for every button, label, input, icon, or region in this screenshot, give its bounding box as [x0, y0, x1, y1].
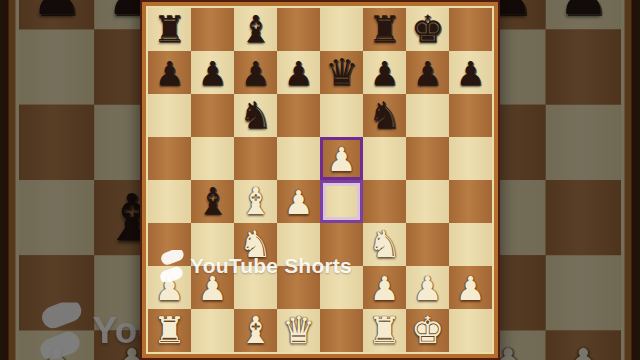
black-pawn[interactable]: ♟ [277, 51, 320, 94]
square-g1[interactable]: ♚ [406, 309, 449, 352]
square-h5[interactable] [449, 137, 492, 180]
square-a8[interactable]: ♜ [148, 8, 191, 51]
square-e6[interactable] [320, 94, 363, 137]
square-c1[interactable]: ♝ [234, 309, 277, 352]
square-a6[interactable] [148, 94, 191, 137]
black-knight[interactable]: ♞ [234, 94, 277, 137]
square-d1[interactable]: ♛ [277, 309, 320, 352]
square-h7[interactable]: ♟ [449, 51, 492, 94]
square-c2[interactable] [234, 266, 277, 309]
square-e7[interactable]: ♛ [320, 51, 363, 94]
square-a4[interactable] [148, 180, 191, 223]
white-pawn[interactable]: ♟ [406, 266, 449, 309]
square-g3[interactable] [406, 223, 449, 266]
square-a5 [19, 105, 94, 180]
square-d6[interactable] [277, 94, 320, 137]
white-knight[interactable]: ♞ [234, 223, 277, 266]
square-g5[interactable] [406, 137, 449, 180]
board-squares: ♜♝♜♚♟♟♟♟♛♟♟♟♞♞♟♝♝♟♞♞♟♟♟♟♟♜♝♛♜♚ [146, 6, 494, 354]
square-a7[interactable]: ♟ [148, 51, 191, 94]
square-c7[interactable]: ♟ [234, 51, 277, 94]
black-king[interactable]: ♚ [406, 8, 449, 51]
square-d3[interactable] [277, 223, 320, 266]
black-pawn: ♟ [546, 0, 621, 30]
square-g8[interactable]: ♚ [406, 8, 449, 51]
square-e3[interactable] [320, 223, 363, 266]
square-h2[interactable]: ♟ [449, 266, 492, 309]
square-a5[interactable] [148, 137, 191, 180]
board-frame: ♜♝♜♚♟♟♟♟♛♟♟♟♞♞♟♝♝♟♞♞♟♟♟♟♟♜♝♛♜♚ [140, 0, 500, 360]
square-g6[interactable] [406, 94, 449, 137]
black-pawn[interactable]: ♟ [191, 51, 234, 94]
white-pawn[interactable]: ♟ [191, 266, 234, 309]
square-f4[interactable] [363, 180, 406, 223]
white-knight[interactable]: ♞ [363, 223, 406, 266]
square-f2[interactable]: ♟ [363, 266, 406, 309]
square-f1[interactable]: ♜ [363, 309, 406, 352]
square-c3[interactable]: ♞ [234, 223, 277, 266]
black-pawn: ♟ [19, 0, 94, 30]
square-a2: ♟ [19, 331, 94, 360]
black-bishop[interactable]: ♝ [191, 180, 234, 223]
black-pawn[interactable]: ♟ [148, 51, 191, 94]
square-h8[interactable] [449, 8, 492, 51]
white-bishop[interactable]: ♝ [234, 180, 277, 223]
square-g4[interactable] [406, 180, 449, 223]
square-c8[interactable]: ♝ [234, 8, 277, 51]
square-a1[interactable]: ♜ [148, 309, 191, 352]
square-e8[interactable] [320, 8, 363, 51]
square-h6[interactable] [449, 94, 492, 137]
square-g2[interactable]: ♟ [406, 266, 449, 309]
square-h4 [546, 180, 621, 255]
square-b3[interactable] [191, 223, 234, 266]
square-a4 [19, 180, 94, 255]
white-pawn[interactable]: ♟ [449, 266, 492, 309]
video-frame: ♜♝♜♚♟♟♟♟♛♟♟♟♞♞♟♝♝♟♞♞♟♟♟♟♟♜♝♛♜♚YouTube Sh… [0, 0, 640, 360]
black-queen[interactable]: ♛ [320, 51, 363, 94]
square-d4[interactable]: ♟ [277, 180, 320, 223]
square-d7[interactable]: ♟ [277, 51, 320, 94]
white-rook[interactable]: ♜ [363, 309, 406, 352]
black-pawn[interactable]: ♟ [406, 51, 449, 94]
square-h2: ♟ [546, 331, 621, 360]
square-b5[interactable] [191, 137, 234, 180]
white-bishop[interactable]: ♝ [234, 309, 277, 352]
square-a6 [19, 30, 94, 105]
white-pawn[interactable]: ♟ [277, 180, 320, 223]
white-queen[interactable]: ♛ [277, 309, 320, 352]
square-h4[interactable] [449, 180, 492, 223]
square-a7: ♟ [19, 0, 94, 30]
white-rook[interactable]: ♜ [148, 309, 191, 352]
white-pawn[interactable]: ♟ [148, 266, 191, 309]
black-bishop[interactable]: ♝ [234, 8, 277, 51]
square-e5[interactable]: ♟ [320, 137, 363, 180]
black-rook[interactable]: ♜ [363, 8, 406, 51]
black-pawn[interactable]: ♟ [449, 51, 492, 94]
white-king[interactable]: ♚ [406, 309, 449, 352]
white-pawn[interactable]: ♟ [320, 137, 363, 180]
square-e2[interactable] [320, 266, 363, 309]
square-b7[interactable]: ♟ [191, 51, 234, 94]
white-pawn: ♟ [546, 331, 621, 360]
square-h1[interactable] [449, 309, 492, 352]
square-c6[interactable]: ♞ [234, 94, 277, 137]
white-pawn: ♟ [19, 331, 94, 360]
square-a2[interactable]: ♟ [148, 266, 191, 309]
square-a3[interactable] [148, 223, 191, 266]
square-h6 [546, 30, 621, 105]
square-f8[interactable]: ♜ [363, 8, 406, 51]
square-f5[interactable] [363, 137, 406, 180]
square-a3 [19, 255, 94, 330]
square-f3[interactable]: ♞ [363, 223, 406, 266]
black-pawn[interactable]: ♟ [363, 51, 406, 94]
square-d8[interactable] [277, 8, 320, 51]
square-f7[interactable]: ♟ [363, 51, 406, 94]
square-e1[interactable] [320, 309, 363, 352]
white-pawn[interactable]: ♟ [363, 266, 406, 309]
square-e4[interactable] [320, 180, 363, 223]
square-h3 [546, 255, 621, 330]
square-d2[interactable] [277, 266, 320, 309]
square-h5 [546, 105, 621, 180]
square-g7[interactable]: ♟ [406, 51, 449, 94]
square-h7: ♟ [546, 0, 621, 30]
black-pawn[interactable]: ♟ [234, 51, 277, 94]
black-knight[interactable]: ♞ [363, 94, 406, 137]
square-d5[interactable] [277, 137, 320, 180]
chess-board: ♜♝♜♚♟♟♟♟♛♟♟♟♞♞♟♝♝♟♞♞♟♟♟♟♟♜♝♛♜♚YouTube Sh… [140, 0, 500, 360]
square-h3[interactable] [449, 223, 492, 266]
square-c4[interactable]: ♝ [234, 180, 277, 223]
square-b6[interactable] [191, 94, 234, 137]
black-rook[interactable]: ♜ [148, 8, 191, 51]
square-b8[interactable] [191, 8, 234, 51]
square-b1[interactable] [191, 309, 234, 352]
square-c5[interactable] [234, 137, 277, 180]
square-f6[interactable]: ♞ [363, 94, 406, 137]
square-b2[interactable]: ♟ [191, 266, 234, 309]
square-b4[interactable]: ♝ [191, 180, 234, 223]
